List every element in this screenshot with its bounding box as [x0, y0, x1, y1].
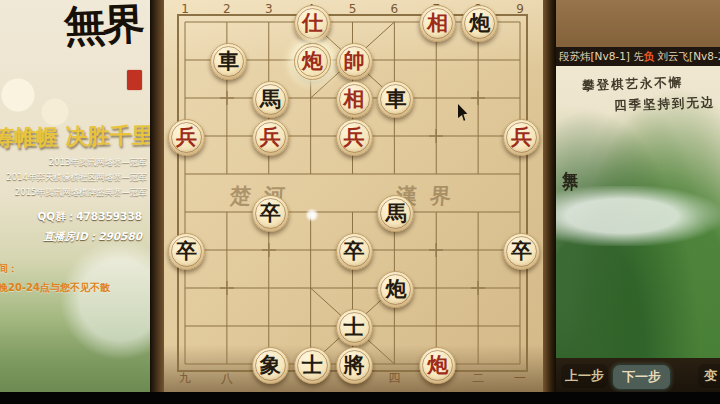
achievement-2015: 2015年腾讯网络棋牌盛典赛—冠军: [0, 187, 147, 199]
black-bottom-bar: [0, 392, 720, 404]
red-seal-stamp: [127, 70, 142, 90]
piece-red-elephant[interactable]: 相: [336, 81, 373, 118]
achievement-2013: 2013年腾讯网络赛—冠军: [0, 157, 147, 169]
schedule-line1: 间：: [0, 262, 18, 276]
board-frame-left: [150, 0, 164, 392]
bottom-coord: 四: [384, 370, 404, 387]
room-id: 直播房ID：290580: [0, 230, 142, 244]
piece-red-advisor[interactable]: 仕: [294, 5, 331, 42]
top-coord-5: 5: [343, 2, 363, 16]
piece-black-elephant[interactable]: 象: [252, 347, 289, 384]
piece-red-elephant[interactable]: 相: [419, 5, 456, 42]
bottom-coord: 一: [510, 370, 530, 387]
player-black-name: 刘云飞[Nv8-2]: [658, 50, 720, 62]
move-sparkle-effect: [305, 208, 319, 222]
piece-black-advisor[interactable]: 士: [294, 347, 331, 384]
top-coord-2: 2: [217, 2, 237, 16]
piece-black-general[interactable]: 將: [336, 347, 373, 384]
piece-black-chariot[interactable]: 車: [210, 43, 247, 80]
piece-black-cannon[interactable]: 炮: [461, 5, 498, 42]
poem-line-1: 攀登棋艺永不懈: [582, 74, 684, 95]
result-prefix: 先: [633, 50, 644, 62]
piece-black-advisor[interactable]: 士: [336, 309, 373, 346]
bottom-coord: 二: [468, 370, 488, 387]
point-marker: [429, 129, 443, 143]
next-move-button[interactable]: 下一步: [612, 364, 671, 390]
point-marker: [220, 281, 234, 295]
right-panel: 段苏炜[Nv8-1] 先负 刘云飞[Nv8-2] 攀登棋艺永不懈 四季坚持到无边…: [556, 0, 720, 392]
piece-black-soldier[interactable]: 卒: [252, 195, 289, 232]
point-marker: [429, 243, 443, 257]
schedule-line2: 晚20-24点与您不见不散: [0, 281, 110, 295]
xiangqi-board[interactable]: 123456789 九八七六五四三二一 楚河 漢界 仕相炮車炮帥馬相車兵兵兵兵卒…: [164, 0, 543, 392]
point-marker: [220, 91, 234, 105]
piece-black-horse[interactable]: 馬: [252, 81, 289, 118]
piece-black-soldier[interactable]: 卒: [503, 233, 540, 270]
top-coord-1: 1: [175, 2, 195, 16]
piece-red-soldier[interactable]: 兵: [503, 119, 540, 156]
piece-red-cannon[interactable]: 炮: [294, 43, 331, 80]
point-marker: [471, 91, 485, 105]
variation-button[interactable]: 变: [698, 364, 720, 388]
board-frame-right: [543, 0, 556, 392]
top-coord-6: 6: [384, 2, 404, 16]
left-promo-panel: 無界 筹帷幄 决胜千里 2013年腾讯网络赛—冠军 2014年弈天棋缘棋社区网络…: [0, 0, 150, 392]
point-marker: [262, 243, 276, 257]
poem-line-2: 四季坚持到无边: [614, 94, 716, 115]
vertical-brand-calligraphy: 無界: [559, 158, 580, 166]
stream-screenshot: 無界 筹帷幄 决胜千里 2013年腾讯网络赛—冠军 2014年弈天棋缘棋社区网络…: [0, 0, 720, 404]
piece-red-soldier[interactable]: 兵: [336, 119, 373, 156]
slogan-calligraphy: 筹帷幄 决胜千里: [0, 121, 150, 154]
piece-black-soldier[interactable]: 卒: [168, 233, 205, 270]
piece-red-soldier[interactable]: 兵: [252, 119, 289, 156]
achievement-2014: 2014年弈天棋缘棋社区网络赛—冠军: [0, 172, 147, 184]
prev-move-button[interactable]: 上一步: [561, 364, 608, 388]
piece-red-general[interactable]: 帥: [336, 43, 373, 80]
point-marker: [471, 281, 485, 295]
player-red-name: 段苏炜[Nv8-1]: [559, 50, 630, 62]
replay-controls: 上一步 下一步 变: [556, 358, 720, 392]
landscape-painting: 攀登棋艺永不懈 四季坚持到无边 無界: [556, 66, 720, 358]
piece-red-cannon[interactable]: 炮: [419, 347, 456, 384]
bottom-coord: 八: [217, 370, 237, 387]
wood-header-strip: [556, 0, 720, 47]
qq-group: QQ群：478359338: [0, 210, 142, 224]
bottom-coord: 九: [175, 370, 195, 387]
mist-art: [556, 186, 720, 246]
result-loss: 负: [644, 50, 655, 62]
top-coord-3: 3: [259, 2, 279, 16]
piece-red-soldier[interactable]: 兵: [168, 119, 205, 156]
brand-calligraphy: 無界: [63, 0, 150, 49]
top-coord-9: 9: [510, 2, 530, 16]
match-title-bar: 段苏炜[Nv8-1] 先负 刘云飞[Nv8-2]: [556, 47, 720, 66]
piece-black-soldier[interactable]: 卒: [336, 233, 373, 270]
